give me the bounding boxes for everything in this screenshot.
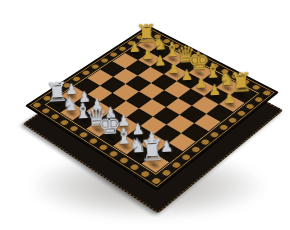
square-f4 [153,107,180,125]
square-h5 [194,113,221,131]
photo-canvas: ♜♞♝♛♚♝♞♜♟♟♟♟♟♟♟♟♟♟♟♟♟♟♟♟♜♞♝♛♚♝♞♜ [0,0,290,230]
scene-rotation: ♜♞♝♛♚♝♞♜♟♟♟♟♟♟♟♟♟♟♟♟♟♟♟♟♜♞♝♛♚♝♞♜ [0,0,290,230]
chess-set-scene: ♜♞♝♛♚♝♞♜♟♟♟♟♟♟♟♟♟♟♟♟♟♟♟♟♜♞♝♛♚♝♞♜ [57,4,246,193]
board-tilt: ♜♞♝♛♚♝♞♜♟♟♟♟♟♟♟♟♟♟♟♟♟♟♟♟♜♞♝♛♚♝♞♜ [25,25,279,190]
board-face: ♜♞♝♛♚♝♞♜♟♟♟♟♟♟♟♟♟♟♟♟♟♟♟♟♜♞♝♛♚♝♞♜ [25,25,279,190]
square-h7: ♟ [218,95,244,112]
piece-white-rook-h1: ♜ [136,135,170,165]
piece-black-pawn-h7: ♟ [214,90,245,106]
square-h1: ♜ [141,153,169,173]
